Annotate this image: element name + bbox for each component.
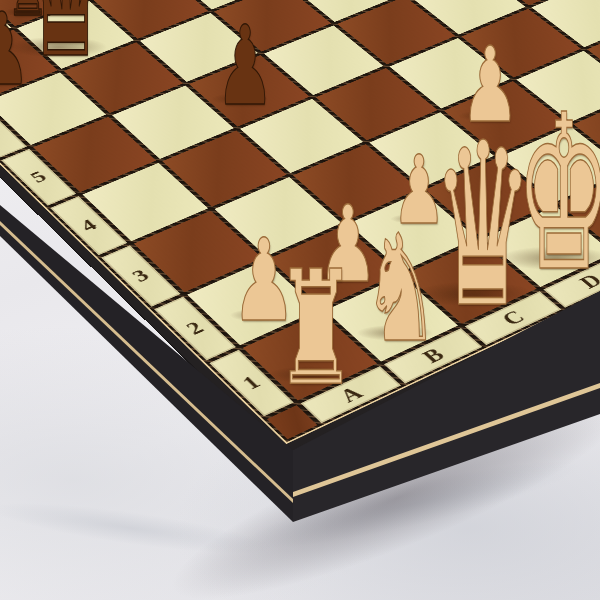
photo-stage: 87654321ABCDEFGH ♜♛♟♟♟♟♚♟♛♟♞♜ [0, 0, 600, 600]
piece-black-pawn-c5[interactable]: ♟ [215, 11, 274, 121]
piece-white-knight-b1[interactable]: ♞ [363, 215, 440, 363]
piece-black-pawn-a7[interactable]: ♟ [0, 0, 31, 100]
piece-black-queen-b7[interactable]: ♛ [19, 0, 113, 85]
piece-white-rook-a1[interactable]: ♜ [275, 249, 357, 407]
piece-white-queen-c1[interactable]: ♛ [432, 113, 533, 339]
pieces-layer: ♜♛♟♟♟♟♚♟♛♟♞♜ [0, 0, 600, 600]
